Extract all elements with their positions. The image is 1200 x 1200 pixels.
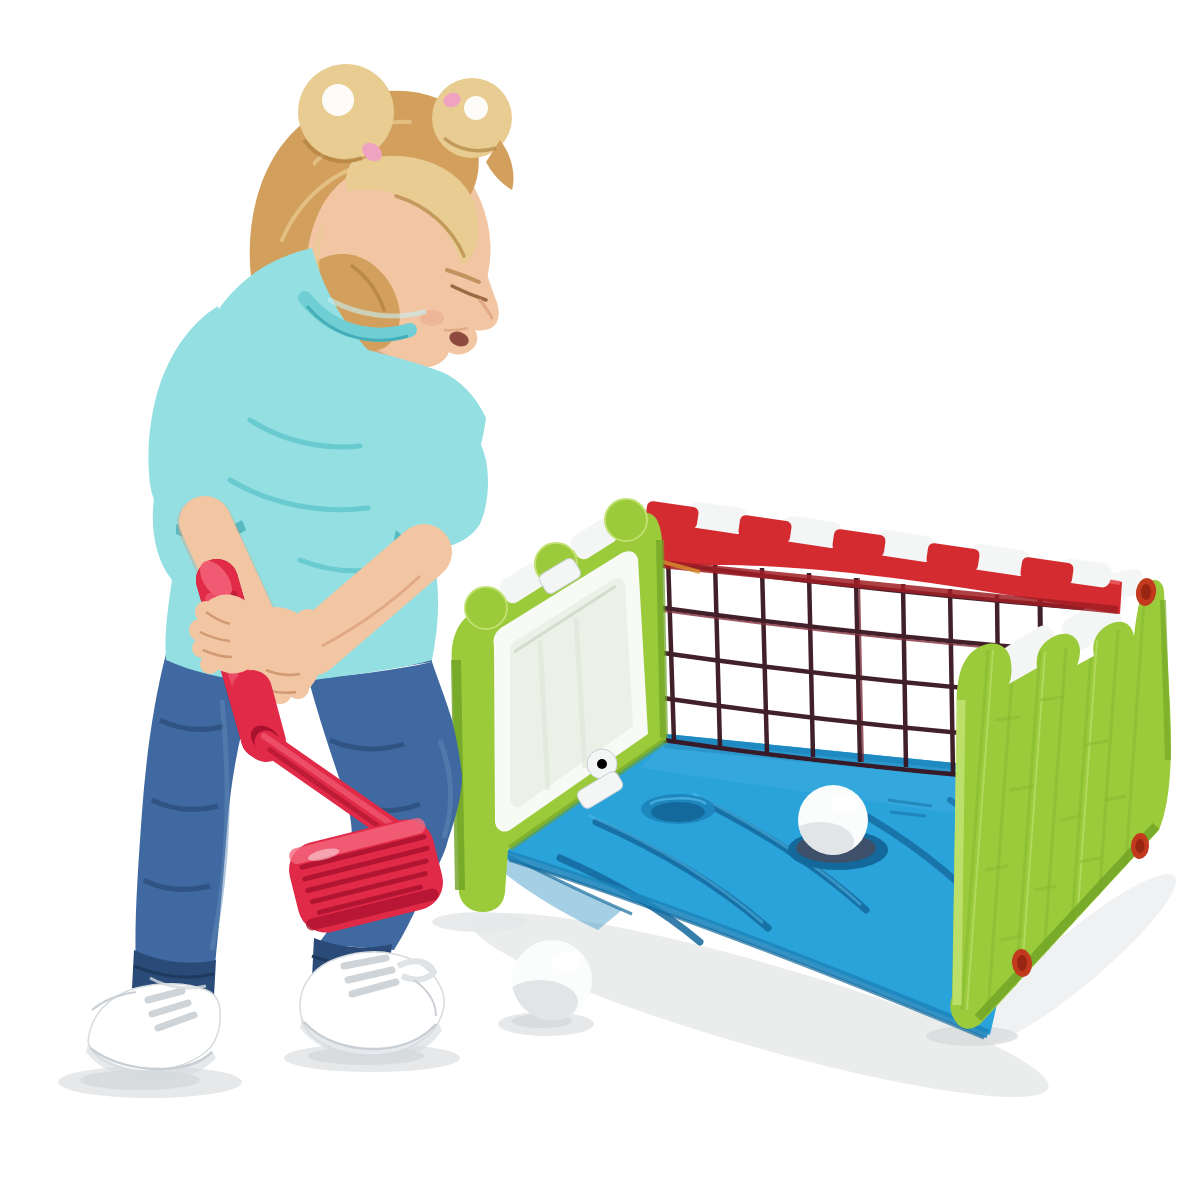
left-shoe xyxy=(86,978,220,1080)
floor-putting-hole xyxy=(641,794,715,824)
club-head xyxy=(283,813,449,938)
scene-illustration xyxy=(0,0,1200,1200)
photo-canvas xyxy=(0,0,1200,1200)
goal-shadow-leftpanel xyxy=(432,912,528,932)
right-shoe xyxy=(300,952,444,1060)
child xyxy=(58,64,514,1098)
